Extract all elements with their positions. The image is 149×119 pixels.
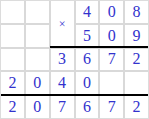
cell-r4-c2: 0 xyxy=(26,72,49,94)
cell-r1-c2 xyxy=(26,1,49,23)
cell-r4-c3: 4 xyxy=(51,72,74,94)
cell-r1-c5: 0 xyxy=(100,1,123,23)
cell-r3-c1 xyxy=(1,49,24,71)
multiply-operator-cell: × xyxy=(51,1,74,47)
cell-r3-c5: 7 xyxy=(100,49,123,71)
multiplication-grid: ×40850936722040207672 xyxy=(0,0,149,119)
cell-r5-c1: 2 xyxy=(1,96,24,118)
cell-r2-c1 xyxy=(1,25,24,47)
cell-r1-c6: 8 xyxy=(125,1,148,23)
long-multiplication-worksheet: ×40850936722040207672 xyxy=(0,0,149,119)
cell-r4-c5 xyxy=(100,72,123,94)
rule-under-multiplier xyxy=(50,46,148,48)
cell-r3-c2 xyxy=(26,49,49,71)
cell-r2-c2 xyxy=(26,25,49,47)
cell-r5-c5: 7 xyxy=(100,96,123,118)
cell-r5-c4: 6 xyxy=(76,96,99,118)
cell-r5-c6: 2 xyxy=(125,96,148,118)
cell-r3-c4: 6 xyxy=(76,49,99,71)
cell-r2-c5: 0 xyxy=(100,25,123,47)
cell-r4-c6 xyxy=(125,72,148,94)
cell-r4-c1: 2 xyxy=(1,72,24,94)
cell-r1-c1 xyxy=(1,1,24,23)
cell-r2-c6: 9 xyxy=(125,25,148,47)
cell-r3-c6: 2 xyxy=(125,49,148,71)
cell-r4-c4: 0 xyxy=(76,72,99,94)
cell-r3-c3: 3 xyxy=(51,49,74,71)
cell-r5-c2: 0 xyxy=(26,96,49,118)
cell-r2-c4: 5 xyxy=(76,25,99,47)
cell-r5-c3: 7 xyxy=(51,96,74,118)
rule-under-partials xyxy=(1,94,148,96)
cell-r1-c4: 4 xyxy=(76,1,99,23)
